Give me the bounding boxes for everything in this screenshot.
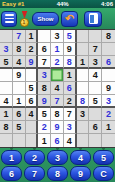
sudoku-board: 7135838261975497281369314584694169728531… [0, 29, 115, 148]
cell-r1c2[interactable]: 7 [13, 30, 26, 43]
key-6[interactable]: 6 [1, 166, 22, 181]
cell-r1c5[interactable]: 3 [51, 30, 64, 43]
toolbar: 1 Show ↶ [0, 8, 115, 29]
cell-r1c6[interactable]: 5 [64, 30, 77, 43]
cell-r3c6[interactable]: 8 [64, 56, 77, 69]
cell-r7c7[interactable]: 3 [77, 108, 90, 121]
cell-r7c1[interactable]: 1 [0, 108, 13, 121]
cell-r2c7[interactable] [77, 43, 90, 56]
cell-r5c8[interactable] [89, 82, 102, 95]
key-1[interactable]: 1 [1, 150, 22, 165]
panel-toggle-button[interactable] [84, 11, 102, 27]
cell-r2c2[interactable]: 8 [13, 43, 26, 56]
key-9[interactable]: 9 [70, 166, 91, 181]
medal-coin: 1 [20, 18, 29, 27]
cell-r2c3[interactable]: 2 [26, 43, 39, 56]
cell-r5c1[interactable] [0, 82, 13, 95]
progress-percent: 44% [57, 1, 69, 7]
cell-r6c1[interactable]: 4 [0, 95, 13, 108]
cell-r4c5[interactable] [51, 69, 64, 82]
cell-r4c6[interactable]: 1 [64, 69, 77, 82]
cell-r6c2[interactable]: 1 [13, 95, 26, 108]
cell-r2c1[interactable]: 3 [0, 43, 13, 56]
cell-r4c8[interactable]: 4 [89, 69, 102, 82]
cell-r9c8[interactable] [89, 134, 102, 147]
keypad-row: 12345 [1, 150, 114, 165]
cell-r3c3[interactable]: 9 [26, 56, 39, 69]
cell-r5c3[interactable]: 5 [26, 82, 39, 95]
cell-r2c8[interactable]: 7 [89, 43, 102, 56]
cell-r4c2[interactable]: 9 [13, 69, 26, 82]
cell-r4c3[interactable] [26, 69, 39, 82]
cell-r9c9[interactable] [102, 134, 115, 147]
key-clear[interactable]: C [93, 166, 114, 181]
cell-r7c9[interactable]: 2 [102, 108, 115, 121]
cell-r5c6[interactable]: 6 [64, 82, 77, 95]
keypad: 123456789C [0, 148, 115, 182]
cell-r9c4[interactable]: 1 [38, 134, 51, 147]
cell-r2c5[interactable]: 1 [51, 43, 64, 56]
show-button[interactable]: Show [32, 12, 59, 26]
cell-r6c7[interactable]: 8 [77, 95, 90, 108]
cell-r3c1[interactable]: 5 [0, 56, 13, 69]
cell-r5c9[interactable]: 9 [102, 82, 115, 95]
cell-r7c3[interactable]: 4 [26, 108, 39, 121]
keypad-row: 6789C [1, 166, 114, 181]
key-8[interactable]: 8 [47, 166, 68, 181]
cell-r8c8[interactable]: 6 [89, 121, 102, 134]
cell-r7c4[interactable]: 5 [38, 108, 51, 121]
cell-r7c5[interactable]: 8 [51, 108, 64, 121]
undo-button[interactable]: ↶ [61, 11, 78, 27]
key-7[interactable]: 7 [24, 166, 45, 181]
cell-r3c7[interactable]: 1 [77, 56, 90, 69]
menu-button[interactable] [1, 11, 17, 27]
cell-r3c5[interactable]: 2 [51, 56, 64, 69]
cell-r9c2[interactable] [13, 134, 26, 147]
cell-r1c9[interactable]: 8 [102, 30, 115, 43]
cell-r6c8[interactable]: 5 [89, 95, 102, 108]
cell-r6c5[interactable]: 7 [51, 95, 64, 108]
cell-r7c8[interactable] [89, 108, 102, 121]
cell-r4c1[interactable] [0, 69, 13, 82]
cell-r9c1[interactable] [0, 134, 13, 147]
hamburger-icon [5, 14, 14, 23]
status-bar: Easy #1 44% 4:06 [0, 0, 115, 8]
puzzle-title: Easy #1 [2, 1, 24, 7]
cell-r9c7[interactable] [77, 134, 90, 147]
cell-r1c4[interactable] [38, 30, 51, 43]
key-2[interactable]: 2 [24, 150, 45, 165]
sudoku-app: Easy #1 44% 4:06 1 Show ↶ 71358382619754… [0, 0, 115, 182]
cell-r3c9[interactable]: 6 [102, 56, 115, 69]
cell-r9c3[interactable] [26, 134, 39, 147]
cell-r6c9[interactable]: 3 [102, 95, 115, 108]
cell-r8c9[interactable]: 1 [102, 121, 115, 134]
cell-r3c8[interactable]: 3 [89, 56, 102, 69]
cell-r4c4[interactable]: 3 [38, 69, 51, 82]
cell-r5c4[interactable]: 8 [38, 82, 51, 95]
key-5[interactable]: 5 [93, 150, 114, 165]
cell-r5c7[interactable] [77, 82, 90, 95]
cell-r2c4[interactable]: 6 [38, 43, 51, 56]
key-3[interactable]: 3 [47, 150, 68, 165]
cell-r5c2[interactable] [13, 82, 26, 95]
cell-r1c3[interactable]: 1 [26, 30, 39, 43]
cell-r8c7[interactable] [77, 121, 90, 134]
cell-r7c2[interactable]: 6 [13, 108, 26, 121]
cell-r6c3[interactable]: 6 [26, 95, 39, 108]
cell-r4c9[interactable] [102, 69, 115, 82]
cell-r8c4[interactable]: 2 [38, 121, 51, 134]
cell-r8c5[interactable]: 9 [51, 121, 64, 134]
cell-r8c2[interactable]: 5 [13, 121, 26, 134]
cell-r9c5[interactable]: 6 [51, 134, 64, 147]
cell-r8c3[interactable] [26, 121, 39, 134]
cell-r9c6[interactable]: 4 [64, 134, 77, 147]
cell-r4c7[interactable] [77, 69, 90, 82]
cell-r2c6[interactable]: 9 [64, 43, 77, 56]
undo-icon: ↶ [65, 13, 74, 23]
cell-r6c6[interactable]: 2 [64, 95, 77, 108]
key-4[interactable]: 4 [70, 150, 91, 165]
cell-r2c9[interactable] [102, 43, 115, 56]
panel-icon [89, 13, 98, 24]
cell-r6c4[interactable]: 9 [38, 95, 51, 108]
medal-icon: 1 [19, 11, 30, 27]
cell-r8c1[interactable]: 8 [0, 121, 13, 134]
cell-r1c7[interactable] [77, 30, 90, 43]
cell-r5c5[interactable]: 4 [51, 82, 64, 95]
cell-r7c6[interactable]: 7 [64, 108, 77, 121]
timer: 4:06 [101, 1, 113, 7]
cell-r8c6[interactable]: 3 [64, 121, 77, 134]
cell-r1c8[interactable] [89, 30, 102, 43]
cell-r3c2[interactable]: 4 [13, 56, 26, 69]
cell-r1c1[interactable] [0, 30, 13, 43]
cell-r3c4[interactable]: 7 [38, 56, 51, 69]
